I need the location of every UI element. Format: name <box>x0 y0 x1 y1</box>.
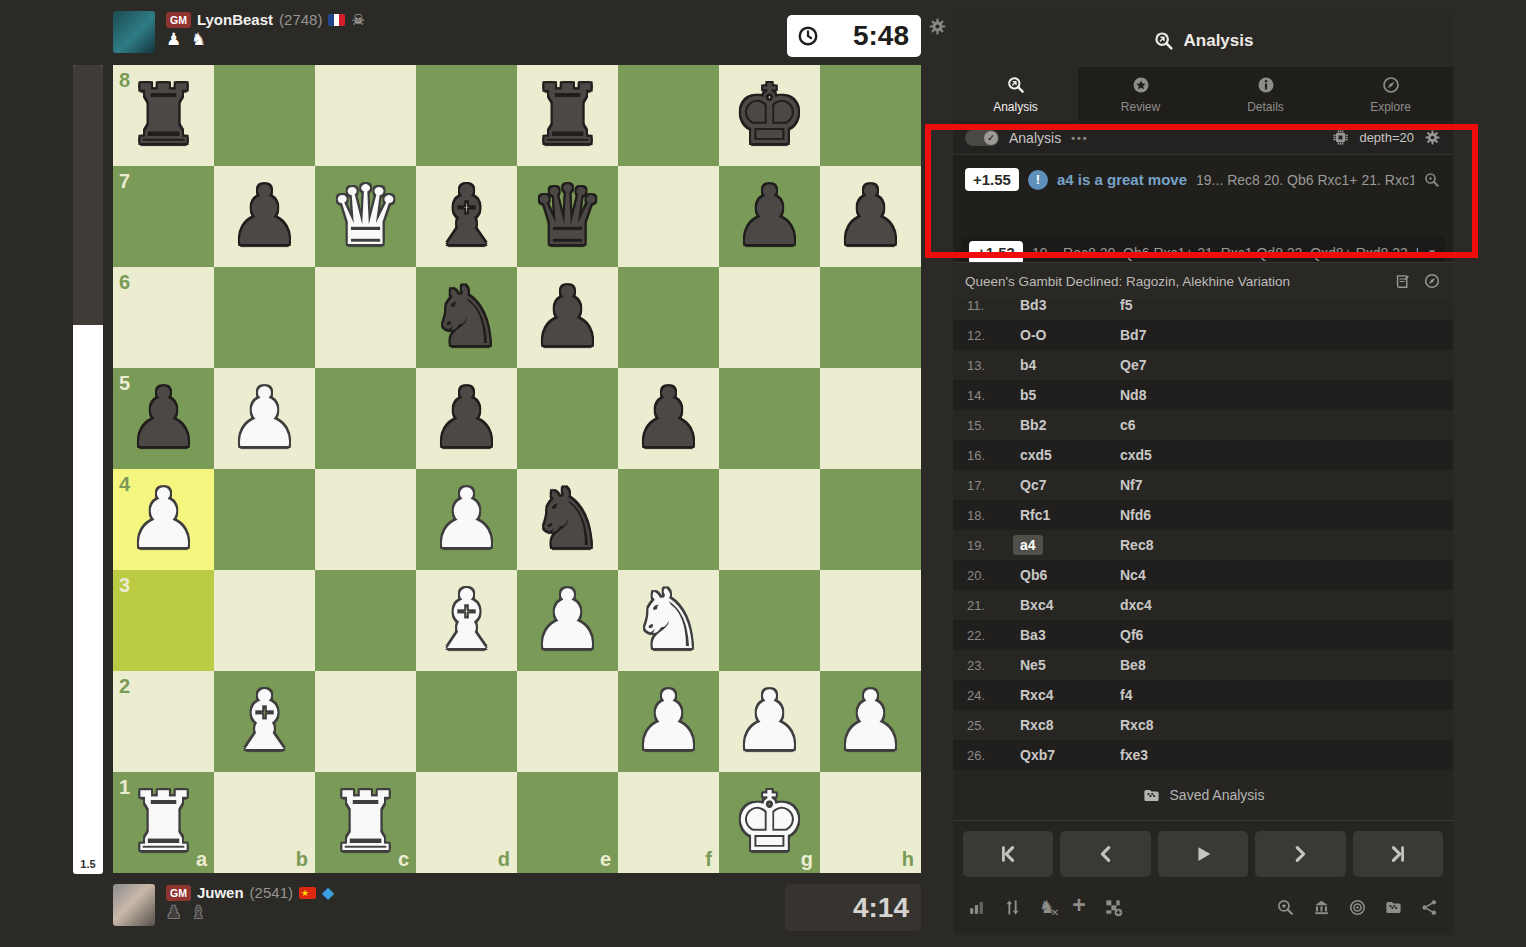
square-d7[interactable]: ♝ <box>416 166 517 267</box>
square-g4[interactable] <box>719 469 820 570</box>
black-pawn: ♟ <box>820 166 921 267</box>
move-row: 12.O-OBd7 <box>953 320 1453 350</box>
white-pawn: ♟ <box>416 469 517 570</box>
chess-board: 8♜♜♚7♟♛♝♛♟♟6♞♟5♟♟♟♟4♟♟♞3♝♟♞2♝♟♟♟1a♜bc♜de… <box>113 65 921 873</box>
square-g2[interactable]: ♟ <box>719 671 820 772</box>
square-f8[interactable] <box>618 65 719 166</box>
square-c6[interactable] <box>315 267 416 368</box>
analysis-magnifier-icon <box>1006 75 1026 95</box>
move-row: 13.b4Qe7 <box>953 350 1453 380</box>
move-number: 11. <box>953 299 1020 313</box>
square-b3[interactable] <box>214 570 315 671</box>
engine-variation[interactable]: 19... Rec8 20. Qb6 Rxc1+ 21. Rxc1 <box>1196 172 1414 188</box>
move-number: 20. <box>953 568 1020 583</box>
tab-review[interactable]: Review <box>1078 67 1203 121</box>
rank-label: 1 <box>119 777 130 797</box>
move-number: 17. <box>953 478 1020 493</box>
black-rook: ♜ <box>517 65 618 166</box>
black-knight: ♞ <box>517 469 618 570</box>
go-to-start-button[interactable] <box>963 831 1053 877</box>
move-number: 23. <box>953 658 1020 673</box>
stats-icon[interactable] <box>967 898 986 917</box>
previous-move-button[interactable] <box>1060 831 1150 877</box>
threats-icon[interactable]: ♞✕ <box>1039 898 1055 916</box>
move-number: 12. <box>953 328 1020 343</box>
square-h2[interactable]: ♟ <box>820 671 921 772</box>
file-label: d <box>498 849 510 869</box>
opening-explorer-compass-icon[interactable] <box>1423 272 1441 290</box>
square-d5[interactable]: ♟ <box>416 368 517 469</box>
move-number: 21. <box>953 598 1020 613</box>
square-h1[interactable]: h <box>820 772 921 873</box>
saved-analysis-folder-icon <box>1142 786 1161 805</box>
black-knight: ♞ <box>416 267 517 368</box>
move-number: 19. <box>953 538 1020 553</box>
black-move[interactable]: Nf7 <box>1120 477 1220 493</box>
white-move[interactable]: cxd5 <box>1020 447 1120 463</box>
tab-label: Review <box>1121 100 1160 114</box>
square-h6[interactable] <box>820 267 921 368</box>
square-g8[interactable]: ♚ <box>719 65 820 166</box>
avatar[interactable] <box>113 884 155 926</box>
square-h3[interactable] <box>820 570 921 671</box>
move-row: 14.b5Nd8 <box>953 380 1453 410</box>
square-c1[interactable]: c♜ <box>315 772 416 873</box>
practice-target-icon[interactable] <box>1348 898 1367 917</box>
star-circle-icon <box>1131 75 1151 95</box>
black-move[interactable]: Qf6 <box>1120 627 1220 643</box>
white-move[interactable]: Qxb7 <box>1020 747 1120 763</box>
rank-label: 4 <box>119 474 130 494</box>
move-row: 19.a4Rec8 <box>953 530 1453 560</box>
rank-label: 8 <box>119 70 130 90</box>
flip-board-icon[interactable] <box>1003 898 1022 917</box>
white-queen: ♛ <box>315 166 416 267</box>
move-row: 25.Rxc8Rxc8 <box>953 710 1453 740</box>
engine-depth: depth=20 <box>1359 130 1414 145</box>
white-move[interactable]: O-O <box>1020 327 1120 343</box>
white-move[interactable]: Ne5 <box>1020 657 1120 673</box>
square-d3[interactable]: ♝ <box>416 570 517 671</box>
square-a7[interactable]: 7 <box>113 166 214 267</box>
flag-france-icon <box>328 14 345 26</box>
black-move[interactable]: Rxc8 <box>1120 717 1220 733</box>
selected-move[interactable]: a4 <box>1013 535 1043 555</box>
square-c4[interactable] <box>315 469 416 570</box>
line-magnifier-icon[interactable] <box>1423 171 1441 189</box>
file-label: b <box>296 849 308 869</box>
captured-pieces: ♟ ♝ <box>166 904 334 921</box>
square-g6[interactable] <box>719 267 820 368</box>
black-move[interactable]: Rec8 <box>1120 537 1220 553</box>
rank-label: 3 <box>119 575 130 595</box>
flag-china-icon: ★ <box>299 887 316 899</box>
move-row: 11.Bd3f5 <box>953 299 1453 320</box>
black-move[interactable]: Nc4 <box>1120 567 1220 583</box>
file-label: h <box>902 849 914 869</box>
white-move[interactable]: Bd3 <box>1020 299 1120 313</box>
engine-variation[interactable]: 19... Rec8 20. Qb6 Rxc1+ 21. Rxc1 Qd8 22… <box>1032 245 1418 261</box>
square-e4[interactable]: ♞ <box>517 469 618 570</box>
chevron-down-icon[interactable]: ▼ <box>1427 247 1437 258</box>
captured-pieces: ♟ ♞ <box>166 31 365 48</box>
square-c5[interactable] <box>315 368 416 469</box>
move-number: 14. <box>953 388 1020 403</box>
move-number: 24. <box>953 688 1020 703</box>
engine-section: ✓ Analysis ••• depth=20 <box>953 121 1453 262</box>
file-label: f <box>705 849 712 869</box>
analysis-toggle[interactable]: ✓ <box>965 130 999 146</box>
black-move[interactable]: Nfd6 <box>1120 507 1220 523</box>
black-pawn: ♟ <box>719 166 820 267</box>
square-h7[interactable]: ♟ <box>820 166 921 267</box>
white-move[interactable]: Bxc4 <box>1020 597 1120 613</box>
black-queen: ♛ <box>517 166 618 267</box>
player-rating: (2748) <box>279 11 322 28</box>
avatar[interactable] <box>113 11 155 53</box>
evaluation-badge: +1.53 <box>969 241 1023 262</box>
white-move[interactable]: Ba3 <box>1020 627 1120 643</box>
more-options-dots-icon[interactable]: ••• <box>1071 132 1089 144</box>
square-f2[interactable]: ♟ <box>618 671 719 772</box>
white-move[interactable]: Rxc4 <box>1020 687 1120 703</box>
library-add-icon[interactable] <box>1312 898 1331 917</box>
evaluation-bar-black-part <box>73 65 103 325</box>
evaluation-bar: 1.5 <box>73 65 103 874</box>
tab-label: Analysis <box>993 100 1038 114</box>
evaluation-value: 1.5 <box>73 858 103 870</box>
diamond-membership-icon: ◆ <box>322 885 334 901</box>
panel-title: Analysis <box>1184 31 1254 51</box>
black-move[interactable]: dxc4 <box>1120 597 1220 613</box>
tab-explore[interactable]: Explore <box>1328 67 1453 121</box>
title-badge: GM <box>166 12 191 28</box>
compass-icon <box>1381 75 1401 95</box>
square-f1[interactable]: f <box>618 772 719 873</box>
black-move[interactable]: Nd8 <box>1120 387 1220 403</box>
go-to-end-button[interactable] <box>1353 831 1443 877</box>
clock-time: 5:48 <box>853 20 909 52</box>
square-c7[interactable]: ♛ <box>315 166 416 267</box>
black-pawn: ♟ <box>416 368 517 469</box>
square-c3[interactable] <box>315 570 416 671</box>
file-label: e <box>600 849 611 869</box>
square-d4[interactable]: ♟ <box>416 469 517 570</box>
move-row: 18.Rfc1Nfd6 <box>953 500 1453 530</box>
move-number: 26. <box>953 748 1020 763</box>
black-move[interactable]: c6 <box>1120 417 1220 433</box>
move-number: 16. <box>953 448 1020 463</box>
tab-details[interactable]: Details <box>1203 67 1328 121</box>
square-d8[interactable] <box>416 65 517 166</box>
engine-line-1[interactable]: +1.55 ! a4 is a great move 19... Rec8 20… <box>953 155 1453 191</box>
square-b2[interactable]: ♝ <box>214 671 315 772</box>
engine-line-2[interactable]: +1.53 19... Rec8 20. Qb6 Rxc1+ 21. Rxc1 … <box>961 237 1445 262</box>
move-row: 23.Ne5Be8 <box>953 650 1453 680</box>
opening-row: Queen's Gambit Declined: Ragozin, Alekhi… <box>953 262 1453 299</box>
white-move[interactable]: b4 <box>1020 357 1120 373</box>
white-move[interactable]: a4 <box>1020 537 1120 553</box>
move-row: 24.Rxc4f4 <box>953 680 1453 710</box>
file-label: c <box>398 849 409 869</box>
rank-label: 5 <box>119 373 130 393</box>
white-pawn: ♟ <box>820 671 921 772</box>
square-a4[interactable]: 4♟ <box>113 469 214 570</box>
move-number: 13. <box>953 358 1020 373</box>
square-e2[interactable] <box>517 671 618 772</box>
white-bishop: ♝ <box>416 570 517 671</box>
move-number: 15. <box>953 418 1020 433</box>
tab-analysis[interactable]: Analysis <box>953 67 1078 121</box>
black-king: ♚ <box>719 65 820 166</box>
white-move[interactable]: Qc7 <box>1020 477 1120 493</box>
square-e8[interactable]: ♜ <box>517 65 618 166</box>
evaluation-badge: +1.55 <box>965 168 1019 191</box>
next-move-button[interactable] <box>1255 831 1345 877</box>
square-a3[interactable]: 3 <box>113 570 214 671</box>
square-a6[interactable]: 6 <box>113 267 214 368</box>
square-e5[interactable] <box>517 368 618 469</box>
move-row: 16.cxd5cxd5 <box>953 440 1453 470</box>
square-d1[interactable]: d <box>416 772 517 873</box>
great-move-icon: ! <box>1028 170 1048 190</box>
square-f7[interactable] <box>618 166 719 267</box>
black-move[interactable]: fxe3 <box>1120 747 1220 763</box>
move-number: 18. <box>953 508 1020 523</box>
square-b7[interactable]: ♟ <box>214 166 315 267</box>
move-number: 22. <box>953 628 1020 643</box>
square-b8[interactable] <box>214 65 315 166</box>
opening-name[interactable]: Queen's Gambit Declined: Ragozin, Alekhi… <box>965 274 1382 289</box>
white-pawn: ♟ <box>618 671 719 772</box>
black-move[interactable]: Bd7 <box>1120 327 1220 343</box>
analysis-magnifier-icon <box>1153 30 1175 52</box>
square-f3[interactable]: ♞ <box>618 570 719 671</box>
panel-header: Analysis <box>953 14 1453 67</box>
square-g5[interactable] <box>719 368 820 469</box>
file-label: a <box>196 849 207 869</box>
saved-folder-icon[interactable] <box>1384 898 1403 917</box>
file-label: g <box>801 849 813 869</box>
square-e1[interactable]: e <box>517 772 618 873</box>
rank-label: 7 <box>119 171 130 191</box>
square-e3[interactable]: ♟ <box>517 570 618 671</box>
player-name[interactable]: LyonBeast <box>197 11 273 28</box>
square-b4[interactable] <box>214 469 315 570</box>
square-h4[interactable] <box>820 469 921 570</box>
white-move[interactable]: Bb2 <box>1020 417 1120 433</box>
white-pawn: ♟ <box>214 368 315 469</box>
bottom-player-clock: 4:14 <box>785 884 921 931</box>
move-row: 21.Bxc4dxc4 <box>953 590 1453 620</box>
square-b6[interactable] <box>214 267 315 368</box>
square-f5[interactable]: ♟ <box>618 368 719 469</box>
move-row: 17.Qc7Nf7 <box>953 470 1453 500</box>
panel-tabs: Analysis Review Details Explore <box>953 67 1453 121</box>
square-f4[interactable] <box>618 469 719 570</box>
move-row: 15.Bb2c6 <box>953 410 1453 440</box>
square-c2[interactable] <box>315 671 416 772</box>
navigation-controls <box>953 821 1453 887</box>
square-a8[interactable]: 8♜ <box>113 65 214 166</box>
square-b1[interactable]: b <box>214 772 315 873</box>
white-move[interactable]: Rfc1 <box>1020 507 1120 523</box>
square-h8[interactable] <box>820 65 921 166</box>
square-g3[interactable] <box>719 570 820 671</box>
share-icon[interactable] <box>1420 898 1439 917</box>
square-a5[interactable]: 5♟ <box>113 368 214 469</box>
black-move[interactable]: f5 <box>1120 299 1220 313</box>
black-move[interactable]: f4 <box>1120 687 1220 703</box>
white-move[interactable]: b5 <box>1020 387 1120 403</box>
black-pawn: ♟ <box>618 368 719 469</box>
square-b5[interactable]: ♟ <box>214 368 315 469</box>
clock-time: 4:14 <box>853 892 909 924</box>
engine-chip-icon <box>1332 129 1349 146</box>
move-row: 20.Qb6Nc4 <box>953 560 1453 590</box>
toggle-label: Analysis <box>1009 130 1061 146</box>
engine-settings-gear-icon[interactable] <box>1424 129 1441 146</box>
white-bishop: ♝ <box>214 671 315 772</box>
title-badge: GM <box>166 885 191 901</box>
move-row: 22.Ba3Qf6 <box>953 620 1453 650</box>
player-name[interactable]: Juwen <box>197 884 244 901</box>
square-h5[interactable] <box>820 368 921 469</box>
saved-analysis-button[interactable]: Saved Analysis <box>953 770 1453 821</box>
square-a1[interactable]: 1a♜ <box>113 772 214 873</box>
rank-label: 6 <box>119 272 130 292</box>
player-rating: (2541) <box>250 884 293 901</box>
move-list: 11.Bd3f512.O-OBd713.b4Qe714.b5Nd815.Bb2c… <box>953 299 1453 770</box>
black-pawn: ♟ <box>517 267 618 368</box>
top-player-bar: GM LyonBeast (2748) ☠ ♟ ♞ <box>113 11 365 53</box>
white-move[interactable]: Qb6 <box>1020 567 1120 583</box>
white-pawn: ♟ <box>719 671 820 772</box>
black-pawn: ♟ <box>214 166 315 267</box>
white-pawn: ♟ <box>517 570 618 671</box>
square-g1[interactable]: g♚ <box>719 772 820 873</box>
square-a2[interactable]: 2 <box>113 671 214 772</box>
square-e7[interactable]: ♛ <box>517 166 618 267</box>
info-circle-icon <box>1256 75 1276 95</box>
white-move[interactable]: Rxc8 <box>1020 717 1120 733</box>
black-move[interactable]: Qe7 <box>1120 357 1220 373</box>
add-icon[interactable]: + <box>1072 894 1085 917</box>
square-g7[interactable]: ♟ <box>719 166 820 267</box>
black-move[interactable]: cxd5 <box>1120 447 1220 463</box>
move-number: 25. <box>953 718 1020 733</box>
tab-label: Details <box>1247 100 1284 114</box>
black-bishop: ♝ <box>416 166 517 267</box>
square-e6[interactable]: ♟ <box>517 267 618 368</box>
move-classification-text: a4 is a great move <box>1057 171 1187 188</box>
skull-icon: ☠ <box>351 12 364 27</box>
square-d2[interactable] <box>416 671 517 772</box>
analysis-panel: Analysis Analysis Review Details <box>953 14 1453 935</box>
play-button[interactable] <box>1158 831 1248 877</box>
game-review-magnifier-icon[interactable] <box>1276 898 1295 917</box>
move-row: 26.Qxb7fxe3 <box>953 740 1453 770</box>
square-f6[interactable] <box>618 267 719 368</box>
setup-board-icon[interactable] <box>1103 897 1123 917</box>
square-d6[interactable]: ♞ <box>416 267 517 368</box>
board-settings-gear-icon[interactable] <box>928 17 947 36</box>
bottom-player-bar: GM Juwen (2541) ★ ◆ ♟ ♝ <box>113 884 334 926</box>
opening-book-icon[interactable] <box>1394 273 1411 290</box>
white-knight: ♞ <box>618 570 719 671</box>
square-c8[interactable] <box>315 65 416 166</box>
clock-icon <box>797 25 819 47</box>
black-move[interactable]: Be8 <box>1120 657 1220 673</box>
rank-label: 2 <box>119 676 130 696</box>
saved-analysis-label: Saved Analysis <box>1170 787 1265 803</box>
tab-label: Explore <box>1370 100 1411 114</box>
analysis-toolbar: ♞✕ + <box>953 887 1453 927</box>
top-player-clock: 5:48 <box>787 15 921 57</box>
